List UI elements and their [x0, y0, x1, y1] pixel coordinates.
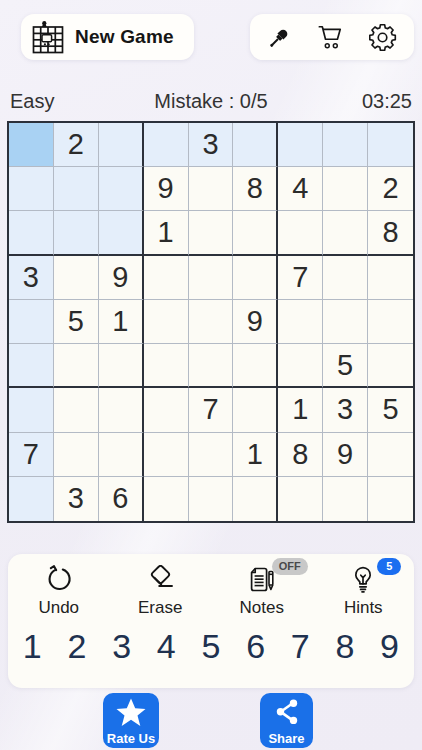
difficulty-label: Easy: [10, 90, 120, 113]
cell-r4c1[interactable]: 5: [54, 300, 99, 344]
hints-label: Hints: [344, 598, 383, 618]
cell-r7c1[interactable]: [54, 433, 99, 477]
cell-r0c3[interactable]: [144, 123, 189, 167]
cell-r7c5[interactable]: 1: [233, 433, 278, 477]
cell-r6c3[interactable]: [144, 388, 189, 432]
cell-r5c6[interactable]: [278, 344, 323, 388]
theme-brush-button[interactable]: [266, 24, 293, 51]
cell-r3c1[interactable]: [54, 256, 99, 300]
cell-r4c7[interactable]: [323, 300, 368, 344]
mistakes-label: Mistake : 0/5: [120, 90, 302, 113]
cell-r1c4[interactable]: [189, 167, 234, 211]
hints-count-badge: 5: [377, 558, 401, 575]
lightbulb-icon: [348, 565, 378, 595]
cell-r7c2[interactable]: [99, 433, 144, 477]
cell-r5c1[interactable]: [54, 344, 99, 388]
eraser-icon: [145, 565, 175, 595]
sudoku-grid-icon: [31, 20, 65, 54]
cell-r6c2[interactable]: [99, 388, 144, 432]
cell-r5c5[interactable]: [233, 344, 278, 388]
cell-r1c7[interactable]: [323, 167, 368, 211]
cell-r3c3[interactable]: [144, 256, 189, 300]
undo-button[interactable]: Undo: [17, 565, 101, 618]
header-actions: [250, 14, 414, 60]
tools-row: Undo Erase: [8, 554, 414, 618]
star-icon: [114, 696, 148, 730]
cell-r8c4[interactable]: [189, 477, 234, 521]
cell-r5c2[interactable]: [99, 344, 144, 388]
rate-us-label: Rate Us: [107, 731, 155, 746]
new-game-label: New Game: [75, 26, 174, 48]
cell-r1c3[interactable]: 9: [144, 167, 189, 211]
numpad-9[interactable]: 9: [369, 627, 411, 666]
new-game-button[interactable]: New Game: [21, 14, 194, 60]
cell-r2c0[interactable]: [9, 211, 54, 255]
cell-r0c8[interactable]: [368, 123, 413, 167]
hints-button[interactable]: Hints 5: [321, 565, 405, 618]
cell-r4c8[interactable]: [368, 300, 413, 344]
erase-button[interactable]: Erase: [118, 565, 202, 618]
cell-r8c7[interactable]: [323, 477, 368, 521]
numpad-4[interactable]: 4: [145, 627, 187, 666]
cell-r3c5[interactable]: [233, 256, 278, 300]
share-label: Share: [268, 731, 304, 746]
cell-r5c3[interactable]: [144, 344, 189, 388]
number-pad: 123456789: [8, 627, 414, 666]
cell-r1c8[interactable]: 2: [368, 167, 413, 211]
erase-label: Erase: [138, 598, 182, 618]
timer-label: 03:25: [302, 90, 412, 113]
notes-button[interactable]: Notes OFF: [220, 565, 304, 618]
cell-r5c0[interactable]: [9, 344, 54, 388]
cell-r8c5[interactable]: [233, 477, 278, 521]
cell-r6c7[interactable]: 3: [323, 388, 368, 432]
share-icon: [271, 696, 303, 728]
cell-r2c7[interactable]: [323, 211, 368, 255]
cell-r0c6[interactable]: [278, 123, 323, 167]
cell-r6c5[interactable]: [233, 388, 278, 432]
cell-r7c7[interactable]: 9: [323, 433, 368, 477]
cell-r1c2[interactable]: [99, 167, 144, 211]
cell-r6c0[interactable]: [9, 388, 54, 432]
cell-r0c1[interactable]: 2: [54, 123, 99, 167]
numpad-1[interactable]: 1: [11, 627, 53, 666]
cell-r5c7[interactable]: 5: [323, 344, 368, 388]
cell-r4c5[interactable]: 9: [233, 300, 278, 344]
notes-label: Notes: [240, 598, 284, 618]
cell-r4c6[interactable]: [278, 300, 323, 344]
cell-r7c4[interactable]: [189, 433, 234, 477]
cell-r2c8[interactable]: 8: [368, 211, 413, 255]
shop-cart-button[interactable]: [316, 23, 346, 51]
cell-r8c2[interactable]: 6: [99, 477, 144, 521]
numpad-2[interactable]: 2: [56, 627, 98, 666]
share-button[interactable]: Share: [260, 693, 313, 748]
cell-r5c8[interactable]: [368, 344, 413, 388]
cell-r2c6[interactable]: [278, 211, 323, 255]
numpad-5[interactable]: 5: [190, 627, 232, 666]
undo-label: Undo: [38, 598, 79, 618]
cell-r0c7[interactable]: [323, 123, 368, 167]
cell-r3c6[interactable]: 7: [278, 256, 323, 300]
settings-gear-button[interactable]: [369, 23, 398, 52]
cell-r7c6[interactable]: 8: [278, 433, 323, 477]
top-bar: New Game: [0, 14, 422, 60]
cell-r4c0[interactable]: [9, 300, 54, 344]
cell-r6c1[interactable]: [54, 388, 99, 432]
cell-r2c5[interactable]: [233, 211, 278, 255]
cell-r6c6[interactable]: 1: [278, 388, 323, 432]
numpad-8[interactable]: 8: [324, 627, 366, 666]
cell-r3c7[interactable]: [323, 256, 368, 300]
cell-r1c1[interactable]: [54, 167, 99, 211]
cell-r6c8[interactable]: 5: [368, 388, 413, 432]
cell-r1c0[interactable]: [9, 167, 54, 211]
cell-r8c1[interactable]: 3: [54, 477, 99, 521]
cell-r1c6[interactable]: 4: [278, 167, 323, 211]
cell-r1c5[interactable]: 8: [233, 167, 278, 211]
undo-icon: [44, 565, 74, 595]
cell-r4c3[interactable]: [144, 300, 189, 344]
cell-r2c1[interactable]: [54, 211, 99, 255]
numpad-7[interactable]: 7: [279, 627, 321, 666]
sudoku-board: 2398421839751957135718936: [7, 121, 415, 523]
cell-r7c3[interactable]: [144, 433, 189, 477]
tool-panel: Undo Erase: [8, 554, 414, 688]
cell-r7c0[interactable]: 7: [9, 433, 54, 477]
cell-r4c2[interactable]: 1: [99, 300, 144, 344]
numpad-3[interactable]: 3: [101, 627, 143, 666]
cell-r0c2[interactable]: [99, 123, 144, 167]
cell-r5c4[interactable]: [189, 344, 234, 388]
cell-r0c0[interactable]: [9, 123, 54, 167]
cell-r7c8[interactable]: [368, 433, 413, 477]
cell-r8c3[interactable]: [144, 477, 189, 521]
notes-off-badge: OFF: [272, 558, 308, 575]
cell-r8c6[interactable]: [278, 477, 323, 521]
numpad-6[interactable]: 6: [235, 627, 277, 666]
rate-us-button[interactable]: Rate Us: [103, 693, 159, 748]
cell-r3c2[interactable]: 9: [99, 256, 144, 300]
cell-r2c4[interactable]: [189, 211, 234, 255]
cell-r3c8[interactable]: [368, 256, 413, 300]
cell-r0c4[interactable]: 3: [189, 123, 234, 167]
cell-r0c5[interactable]: [233, 123, 278, 167]
cell-r2c3[interactable]: 1: [144, 211, 189, 255]
cell-r4c4[interactable]: [189, 300, 234, 344]
cell-r3c4[interactable]: [189, 256, 234, 300]
cell-r3c0[interactable]: 3: [9, 256, 54, 300]
status-bar: Easy Mistake : 0/5 03:25: [0, 90, 422, 113]
cell-r6c4[interactable]: 7: [189, 388, 234, 432]
cell-r8c0[interactable]: [9, 477, 54, 521]
cell-r8c8[interactable]: [368, 477, 413, 521]
cell-r2c2[interactable]: [99, 211, 144, 255]
